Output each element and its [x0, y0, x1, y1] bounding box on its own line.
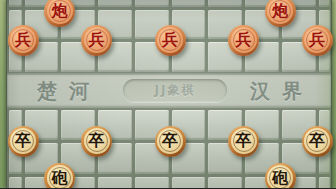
piece-character: 兵	[8, 25, 39, 56]
piece-black-cannon[interactable]: 砲	[44, 163, 75, 189]
piece-red-cannon[interactable]: 炮	[44, 0, 75, 27]
watermark-text: JJ象棋	[155, 82, 196, 99]
piece-red-soldier[interactable]: 兵	[302, 25, 333, 56]
board-tile	[9, 0, 22, 7]
board-tile	[172, 0, 206, 7]
piece-black-soldier[interactable]: 卒	[81, 126, 112, 157]
piece-character: 卒	[155, 126, 186, 157]
piece-character: 兵	[228, 25, 259, 56]
board-tile	[135, 0, 169, 7]
board-tile	[98, 0, 132, 7]
board-tile	[98, 177, 132, 189]
piece-character: 炮	[265, 0, 296, 27]
piece-character: 砲	[44, 163, 75, 189]
board-tile	[319, 0, 330, 7]
river: 楚河 JJ象棋 汉界	[7, 73, 331, 108]
board-tile	[208, 177, 242, 189]
piece-character: 兵	[155, 25, 186, 56]
watermark-plaque: JJ象棋	[123, 79, 227, 102]
piece-red-soldier[interactable]: 兵	[81, 25, 112, 56]
piece-character: 兵	[81, 25, 112, 56]
piece-character: 兵	[302, 25, 333, 56]
piece-red-soldier[interactable]: 兵	[8, 25, 39, 56]
piece-red-soldier[interactable]: 兵	[228, 25, 259, 56]
board-tile	[172, 177, 206, 189]
piece-black-cannon[interactable]: 砲	[265, 163, 296, 189]
piece-character: 砲	[265, 163, 296, 189]
piece-character: 炮	[44, 0, 75, 27]
piece-black-soldier[interactable]: 卒	[302, 126, 333, 157]
game-area: 楚河 JJ象棋 汉界 炮炮兵兵兵兵兵卒卒卒卒卒砲砲	[0, 0, 336, 188]
xiangqi-board[interactable]: 楚河 JJ象棋 汉界 炮炮兵兵兵兵兵卒卒卒卒卒砲砲	[6, 0, 332, 188]
piece-black-soldier[interactable]: 卒	[228, 126, 259, 157]
board-tile	[135, 177, 169, 189]
piece-character: 卒	[302, 126, 333, 157]
river-label-chu-he: 楚河	[37, 77, 101, 104]
river-label-han-jie: 汉界	[244, 77, 320, 104]
piece-black-soldier[interactable]: 卒	[8, 126, 39, 157]
piece-character: 卒	[8, 126, 39, 157]
piece-red-cannon[interactable]: 炮	[265, 0, 296, 27]
board-tile	[9, 177, 22, 189]
board-tile	[319, 177, 330, 189]
piece-character: 卒	[228, 126, 259, 157]
piece-character: 卒	[81, 126, 112, 157]
piece-red-soldier[interactable]: 兵	[155, 25, 186, 56]
piece-black-soldier[interactable]: 卒	[155, 126, 186, 157]
board-tile	[208, 0, 242, 7]
